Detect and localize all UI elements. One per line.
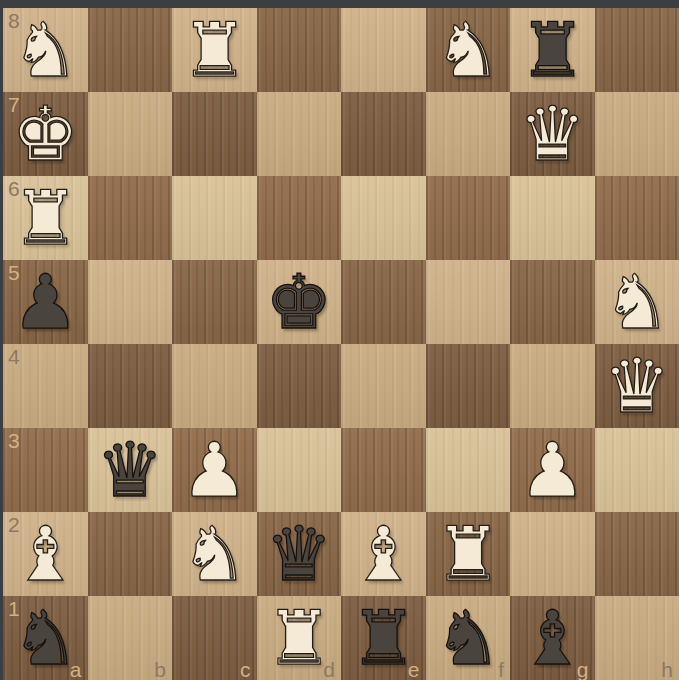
square-e4[interactable] — [341, 344, 426, 428]
black-knight-a1[interactable]: ♞ — [12, 596, 79, 680]
white-bishop-e2[interactable]: ♝ — [350, 512, 417, 596]
square-d5[interactable]: ♚ — [257, 260, 342, 344]
white-queen-g7[interactable]: ♛ — [519, 92, 586, 176]
square-e7[interactable] — [341, 92, 426, 176]
file-label-c: c — [240, 658, 251, 680]
white-king-a7[interactable]: ♚ — [12, 92, 79, 176]
square-b8[interactable] — [88, 8, 173, 92]
square-h7[interactable] — [595, 92, 679, 176]
square-c1[interactable]: c — [172, 596, 257, 680]
square-c4[interactable] — [172, 344, 257, 428]
square-h1[interactable]: h — [595, 596, 679, 680]
square-b4[interactable] — [88, 344, 173, 428]
square-g4[interactable] — [510, 344, 595, 428]
square-g1[interactable]: g♝ — [510, 596, 595, 680]
square-a2[interactable]: 2♝ — [3, 512, 88, 596]
square-f7[interactable] — [426, 92, 511, 176]
square-b6[interactable] — [88, 176, 173, 260]
square-d1[interactable]: d♜ — [257, 596, 342, 680]
square-c7[interactable] — [172, 92, 257, 176]
square-e8[interactable] — [341, 8, 426, 92]
square-a7[interactable]: 7♚ — [3, 92, 88, 176]
black-rook-g8[interactable]: ♜ — [519, 8, 586, 92]
square-d2[interactable]: ♛ — [257, 512, 342, 596]
square-f4[interactable] — [426, 344, 511, 428]
black-rook-e1[interactable]: ♜ — [350, 596, 417, 680]
square-a4[interactable]: 4 — [3, 344, 88, 428]
square-f8[interactable]: ♞ — [426, 8, 511, 92]
board-frame: 8♞♜♞♜7♚♛6♜5♟♚♞4♛3♛♟♟2♝♞♛♝♜1a♞bcd♜e♜f♞g♝h — [0, 0, 679, 680]
square-a8[interactable]: 8♞ — [3, 8, 88, 92]
square-d6[interactable] — [257, 176, 342, 260]
square-b1[interactable]: b — [88, 596, 173, 680]
black-queen-d2[interactable]: ♛ — [265, 512, 332, 596]
square-h2[interactable] — [595, 512, 679, 596]
square-c3[interactable]: ♟ — [172, 428, 257, 512]
file-label-b: b — [154, 658, 166, 680]
white-knight-c2[interactable]: ♞ — [181, 512, 248, 596]
black-king-d5[interactable]: ♚ — [265, 260, 332, 344]
square-e5[interactable] — [341, 260, 426, 344]
square-b5[interactable] — [88, 260, 173, 344]
white-rook-c8[interactable]: ♜ — [181, 8, 248, 92]
black-knight-f1[interactable]: ♞ — [434, 596, 501, 680]
square-h5[interactable]: ♞ — [595, 260, 679, 344]
black-queen-b3[interactable]: ♛ — [96, 428, 163, 512]
white-knight-h5[interactable]: ♞ — [603, 260, 670, 344]
square-g6[interactable] — [510, 176, 595, 260]
white-rook-d1[interactable]: ♜ — [265, 596, 332, 680]
square-e1[interactable]: e♜ — [341, 596, 426, 680]
square-f5[interactable] — [426, 260, 511, 344]
square-e6[interactable] — [341, 176, 426, 260]
square-g8[interactable]: ♜ — [510, 8, 595, 92]
black-bishop-g1[interactable]: ♝ — [519, 596, 586, 680]
square-b7[interactable] — [88, 92, 173, 176]
square-c2[interactable]: ♞ — [172, 512, 257, 596]
square-a1[interactable]: 1a♞ — [3, 596, 88, 680]
square-g5[interactable] — [510, 260, 595, 344]
square-g3[interactable]: ♟ — [510, 428, 595, 512]
file-label-h: h — [661, 658, 673, 680]
rank-label-3: 3 — [8, 429, 20, 453]
white-queen-h4[interactable]: ♛ — [603, 344, 670, 428]
white-knight-f8[interactable]: ♞ — [434, 8, 501, 92]
white-pawn-c3[interactable]: ♟ — [181, 428, 248, 512]
square-d4[interactable] — [257, 344, 342, 428]
white-knight-a8[interactable]: ♞ — [12, 8, 79, 92]
square-b2[interactable] — [88, 512, 173, 596]
white-rook-f2[interactable]: ♜ — [434, 512, 501, 596]
square-h4[interactable]: ♛ — [595, 344, 679, 428]
black-pawn-a5[interactable]: ♟ — [12, 260, 79, 344]
white-bishop-a2[interactable]: ♝ — [12, 512, 79, 596]
square-c8[interactable]: ♜ — [172, 8, 257, 92]
square-f1[interactable]: f♞ — [426, 596, 511, 680]
square-c5[interactable] — [172, 260, 257, 344]
square-f3[interactable] — [426, 428, 511, 512]
white-pawn-g3[interactable]: ♟ — [519, 428, 586, 512]
square-a5[interactable]: 5♟ — [3, 260, 88, 344]
chess-board: 8♞♜♞♜7♚♛6♜5♟♚♞4♛3♛♟♟2♝♞♛♝♜1a♞bcd♜e♜f♞g♝h — [3, 8, 679, 680]
square-f6[interactable] — [426, 176, 511, 260]
square-c6[interactable] — [172, 176, 257, 260]
square-a6[interactable]: 6♜ — [3, 176, 88, 260]
square-d8[interactable] — [257, 8, 342, 92]
square-d3[interactable] — [257, 428, 342, 512]
square-f2[interactable]: ♜ — [426, 512, 511, 596]
square-a3[interactable]: 3 — [3, 428, 88, 512]
rank-label-4: 4 — [8, 345, 20, 369]
square-h8[interactable] — [595, 8, 679, 92]
square-h6[interactable] — [595, 176, 679, 260]
square-e3[interactable] — [341, 428, 426, 512]
square-g2[interactable] — [510, 512, 595, 596]
square-d7[interactable] — [257, 92, 342, 176]
square-b3[interactable]: ♛ — [88, 428, 173, 512]
square-h3[interactable] — [595, 428, 679, 512]
white-rook-a6[interactable]: ♜ — [12, 176, 79, 260]
square-g7[interactable]: ♛ — [510, 92, 595, 176]
square-e2[interactable]: ♝ — [341, 512, 426, 596]
